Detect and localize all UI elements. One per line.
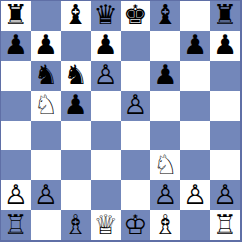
piece-white-bishop[interactable]: ♗ (64, 211, 88, 238)
square-c8[interactable]: ♝ (61, 1, 91, 31)
square-d8[interactable]: ♛ (91, 1, 121, 31)
square-e1[interactable]: ♔ (121, 210, 151, 240)
piece-black-pawn[interactable]: ♟ (64, 91, 88, 118)
piece-black-pawn[interactable]: ♟ (4, 31, 28, 58)
square-a4[interactable] (1, 121, 31, 151)
piece-white-rook[interactable]: ♖ (4, 211, 28, 238)
square-c2[interactable] (61, 180, 91, 210)
square-c4[interactable] (61, 121, 91, 151)
square-f5[interactable] (150, 91, 180, 121)
square-g8[interactable] (180, 1, 210, 31)
piece-white-pawn[interactable]: ♙ (213, 181, 237, 208)
square-f7[interactable] (150, 31, 180, 61)
square-e2[interactable] (121, 180, 151, 210)
chess-board-container: ♜♝♛♚♝♜♟♟♟♟♟♞♞♙♟♘♟♙♘♙♙♙♙♙♖♗♕♔♗♖ (0, 0, 242, 242)
square-d5[interactable] (91, 91, 121, 121)
piece-black-pawn[interactable]: ♟ (93, 31, 117, 58)
square-f1[interactable]: ♗ (150, 210, 180, 240)
square-d7[interactable]: ♟ (91, 31, 121, 61)
square-h1[interactable]: ♖ (210, 210, 240, 240)
piece-white-pawn[interactable]: ♙ (183, 181, 207, 208)
square-e7[interactable] (121, 31, 151, 61)
piece-white-knight[interactable]: ♘ (153, 151, 177, 178)
piece-white-pawn[interactable]: ♙ (34, 181, 58, 208)
square-g2[interactable]: ♙ (180, 180, 210, 210)
square-h5[interactable] (210, 91, 240, 121)
piece-black-bishop[interactable]: ♝ (64, 1, 88, 28)
square-e8[interactable]: ♚ (121, 1, 151, 31)
square-a2[interactable]: ♙ (1, 180, 31, 210)
chess-board: ♜♝♛♚♝♜♟♟♟♟♟♞♞♙♟♘♟♙♘♙♙♙♙♙♖♗♕♔♗♖ (0, 0, 242, 242)
piece-white-pawn[interactable]: ♙ (123, 91, 147, 118)
square-d6[interactable]: ♙ (91, 61, 121, 91)
piece-white-rook[interactable]: ♖ (213, 211, 237, 238)
square-h2[interactable]: ♙ (210, 180, 240, 210)
piece-black-bishop[interactable]: ♝ (153, 1, 177, 28)
square-f6[interactable]: ♟ (150, 61, 180, 91)
square-g1[interactable] (180, 210, 210, 240)
square-g5[interactable] (180, 91, 210, 121)
square-b8[interactable] (31, 1, 61, 31)
piece-black-rook[interactable]: ♜ (213, 1, 237, 28)
piece-black-queen[interactable]: ♛ (93, 1, 117, 28)
square-f2[interactable]: ♙ (150, 180, 180, 210)
piece-white-bishop[interactable]: ♗ (153, 211, 177, 238)
square-b2[interactable]: ♙ (31, 180, 61, 210)
square-a8[interactable]: ♜ (1, 1, 31, 31)
square-b4[interactable] (31, 121, 61, 151)
piece-white-knight[interactable]: ♘ (34, 91, 58, 118)
square-b6[interactable]: ♞ (31, 61, 61, 91)
square-f8[interactable]: ♝ (150, 1, 180, 31)
square-a6[interactable] (1, 61, 31, 91)
square-h7[interactable]: ♟ (210, 31, 240, 61)
square-f3[interactable]: ♘ (150, 150, 180, 180)
square-a7[interactable]: ♟ (1, 31, 31, 61)
square-h6[interactable] (210, 61, 240, 91)
piece-black-king[interactable]: ♚ (123, 1, 147, 28)
piece-white-queen[interactable]: ♕ (93, 211, 117, 238)
square-c5[interactable]: ♟ (61, 91, 91, 121)
square-e6[interactable] (121, 61, 151, 91)
piece-black-pawn[interactable]: ♟ (183, 31, 207, 58)
square-d3[interactable] (91, 150, 121, 180)
square-g6[interactable] (180, 61, 210, 91)
square-a3[interactable] (1, 150, 31, 180)
square-b7[interactable]: ♟ (31, 31, 61, 61)
square-b5[interactable]: ♘ (31, 91, 61, 121)
piece-white-king[interactable]: ♔ (123, 211, 147, 238)
square-c6[interactable]: ♞ (61, 61, 91, 91)
square-h8[interactable]: ♜ (210, 1, 240, 31)
square-b1[interactable] (31, 210, 61, 240)
square-g7[interactable]: ♟ (180, 31, 210, 61)
piece-white-pawn[interactable]: ♙ (4, 181, 28, 208)
piece-black-pawn[interactable]: ♟ (34, 31, 58, 58)
piece-black-rook[interactable]: ♜ (4, 1, 28, 28)
square-c7[interactable] (61, 31, 91, 61)
square-c1[interactable]: ♗ (61, 210, 91, 240)
piece-black-pawn[interactable]: ♟ (213, 31, 237, 58)
square-f4[interactable] (150, 121, 180, 151)
square-e4[interactable] (121, 121, 151, 151)
square-d4[interactable] (91, 121, 121, 151)
square-d2[interactable] (91, 180, 121, 210)
square-b3[interactable] (31, 150, 61, 180)
square-d1[interactable]: ♕ (91, 210, 121, 240)
square-g3[interactable] (180, 150, 210, 180)
piece-black-knight[interactable]: ♞ (34, 61, 58, 88)
square-c3[interactable] (61, 150, 91, 180)
square-a5[interactable] (1, 91, 31, 121)
square-e5[interactable]: ♙ (121, 91, 151, 121)
piece-white-pawn[interactable]: ♙ (153, 181, 177, 208)
square-e3[interactable] (121, 150, 151, 180)
piece-white-pawn[interactable]: ♙ (93, 61, 117, 88)
square-g4[interactable] (180, 121, 210, 151)
square-h4[interactable] (210, 121, 240, 151)
piece-black-pawn[interactable]: ♟ (153, 61, 177, 88)
square-a1[interactable]: ♖ (1, 210, 31, 240)
piece-black-knight[interactable]: ♞ (64, 61, 88, 88)
square-h3[interactable] (210, 150, 240, 180)
